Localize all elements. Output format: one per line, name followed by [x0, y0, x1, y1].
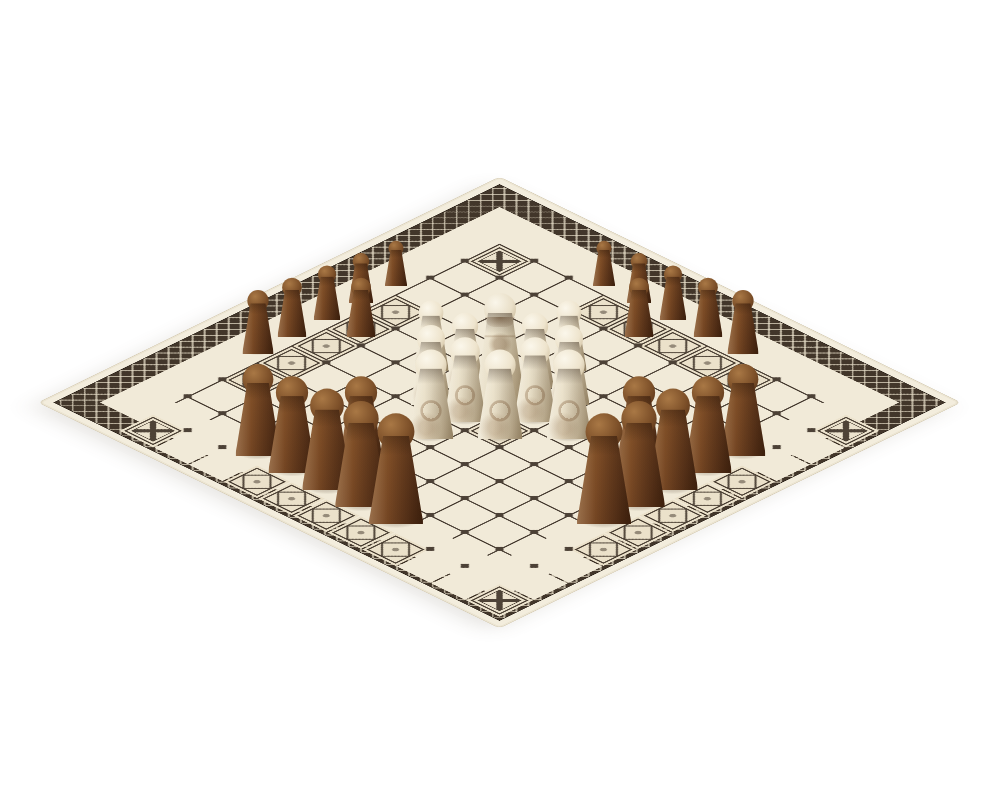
piece-body: [577, 436, 631, 524]
piece-body: [242, 303, 273, 354]
piece-body: [624, 290, 653, 337]
king-helmet: [485, 317, 515, 327]
piece-body: [478, 368, 523, 439]
piece-body: [727, 303, 758, 354]
piece-body: [369, 436, 423, 524]
piece-body: [313, 277, 340, 320]
piece-body: [278, 290, 307, 337]
piece-body: [693, 290, 722, 337]
piece-body: [660, 277, 687, 320]
piece-body: [347, 290, 376, 337]
tafl-board-photo: [0, 0, 1000, 800]
piece-body: [385, 250, 407, 286]
piece-body: [593, 250, 615, 286]
